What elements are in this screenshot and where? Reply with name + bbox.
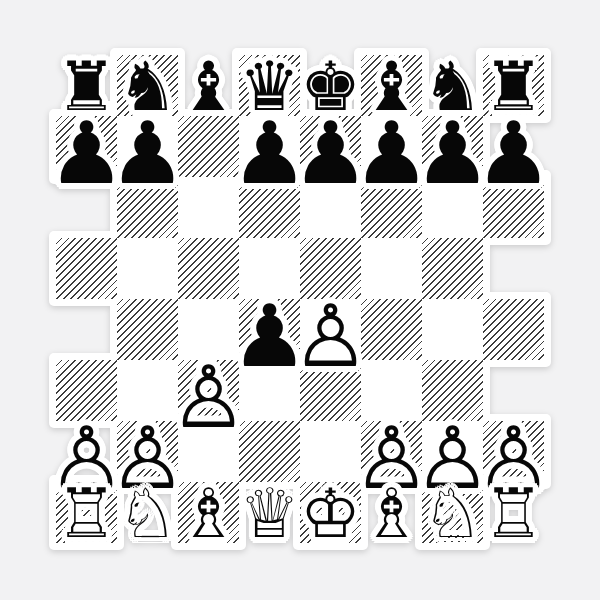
- piece-black-pawn-e7: ♟: [300, 122, 361, 183]
- piece-black-pawn-a7: ♟: [56, 122, 117, 183]
- piece-black-pawn-g7: ♟: [422, 122, 483, 183]
- page-background: { "game": "chess", "description": "Die-c…: [0, 0, 600, 600]
- board-pieces-layer: ♜♞♝♛♚♝♞♜♟♟♟♟♟♟♟♟♙♙♙♙♙♙♙♖♘♗♕♔♗♘♖: [56, 55, 544, 543]
- piece-white-pawn-c3: ♙: [178, 366, 239, 427]
- piece-white-knight-b1: ♘: [117, 483, 178, 544]
- piece-black-pawn-h7: ♟: [483, 122, 544, 183]
- piece-white-pawn-e4: ♙: [300, 305, 361, 366]
- piece-white-king-e1: ♔: [300, 483, 361, 544]
- piece-white-rook-a1: ♖: [56, 483, 117, 544]
- piece-black-pawn-d7: ♟: [239, 122, 300, 183]
- piece-black-bishop-c8: ♝: [178, 56, 239, 117]
- piece-black-pawn-b7: ♟: [117, 122, 178, 183]
- piece-white-bishop-c1: ♗: [178, 483, 239, 544]
- piece-white-knight-g1: ♘: [422, 483, 483, 544]
- chess-board-sticker: ♜♞♝♛♚♝♞♜♟♟♟♟♟♟♟♟♙♙♙♙♙♙♙♖♘♗♕♔♗♘♖: [56, 55, 544, 543]
- piece-white-bishop-f1: ♗: [361, 483, 422, 544]
- piece-black-pawn-d4: ♟: [239, 305, 300, 366]
- piece-white-queen-d1: ♕: [239, 483, 300, 544]
- piece-black-pawn-f7: ♟: [361, 122, 422, 183]
- piece-white-rook-h1: ♖: [483, 483, 544, 544]
